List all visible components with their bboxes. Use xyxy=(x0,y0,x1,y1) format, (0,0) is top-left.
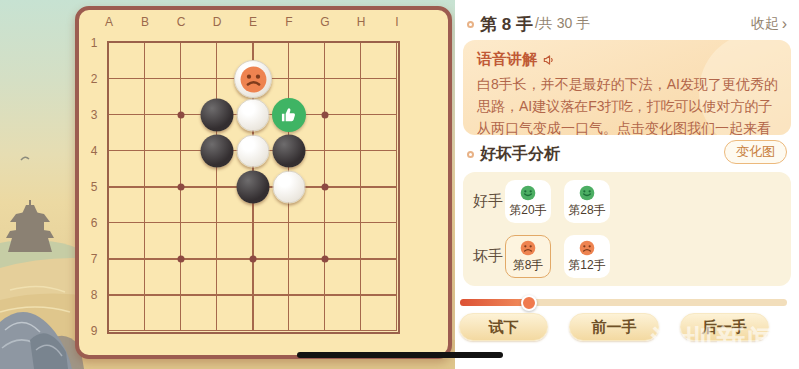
sad-face-icon xyxy=(520,240,536,256)
current-move-label: 第 8 手 xyxy=(480,13,533,36)
column-label: I xyxy=(395,15,398,29)
column-label: F xyxy=(285,15,292,29)
stone-white-bad-move xyxy=(234,60,272,98)
good-bad-moves-card: 好手 第20手 xyxy=(463,172,791,286)
bullet-icon xyxy=(467,151,474,158)
analysis-section-header: 好坏手分析 xyxy=(467,144,560,165)
bird-icon xyxy=(21,157,29,160)
good-move-chip[interactable]: 第28手 xyxy=(564,180,610,223)
try-move-button[interactable]: 试下 xyxy=(459,313,548,341)
good-move-chip[interactable]: 第20手 xyxy=(505,180,551,223)
analysis-section-title: 好坏手分析 xyxy=(480,144,560,165)
row-label: 4 xyxy=(91,144,98,158)
pagoda-tower xyxy=(6,200,54,252)
row-label: 7 xyxy=(91,252,98,266)
column-label: B xyxy=(141,15,149,29)
stone-white xyxy=(237,135,270,168)
collapse-button[interactable]: 收起 › xyxy=(751,15,787,33)
bullet-icon xyxy=(467,21,474,28)
star-point xyxy=(178,256,185,263)
analysis-panel: 第 8 手 /共 30 手 收起 › 语音讲解 白8手长，并不是最好的下法，AI… xyxy=(455,0,799,369)
voice-explanation-card: 语音讲解 白8手长，并不是最好的下法，AI发现了更优秀的思路，AI建议落在F3打… xyxy=(463,40,791,135)
row-label: 6 xyxy=(91,216,98,230)
bad-move-chip-selected[interactable]: 第8手 xyxy=(505,235,551,278)
chevron-right-icon: › xyxy=(782,16,787,32)
voice-title[interactable]: 语音讲解 xyxy=(477,50,556,69)
good-moves-label: 好手 xyxy=(473,192,505,211)
speaker-icon xyxy=(542,53,556,67)
sad-face-icon xyxy=(579,240,595,256)
row-label: 3 xyxy=(91,108,98,122)
slider-fill xyxy=(460,299,529,306)
next-move-button[interactable]: 后一手 xyxy=(680,313,769,341)
go-board-panel: ABCDEFGHI123456789 xyxy=(75,6,452,359)
happy-face-icon xyxy=(520,185,536,201)
star-point xyxy=(178,112,185,119)
star-point xyxy=(322,112,329,119)
slider-handle[interactable] xyxy=(521,295,537,311)
row-label: 8 xyxy=(91,288,98,302)
column-label: E xyxy=(249,15,257,29)
star-point xyxy=(322,184,329,191)
row-label: 1 xyxy=(91,36,98,50)
sad-face-move-marker-icon xyxy=(240,66,267,93)
stone-white xyxy=(273,171,306,204)
stone-black xyxy=(237,171,270,204)
row-label: 9 xyxy=(91,324,98,338)
move-header: 第 8 手 /共 30 手 收起 › xyxy=(467,13,787,35)
column-label: D xyxy=(213,15,222,29)
variation-diagram-button[interactable]: 变化图 xyxy=(724,140,787,164)
home-indicator-bar[interactable] xyxy=(297,352,503,358)
star-point xyxy=(178,184,185,191)
control-buttons: 试下 前一手 后一手 xyxy=(459,313,769,341)
stone-black xyxy=(201,99,234,132)
column-label: G xyxy=(320,15,329,29)
happy-face-icon xyxy=(579,185,595,201)
column-label: C xyxy=(177,15,186,29)
move-progress-slider[interactable] xyxy=(460,299,787,306)
bad-move-chip[interactable]: 第12手 xyxy=(564,235,610,278)
bad-moves-label: 坏手 xyxy=(473,247,505,266)
go-board[interactable]: ABCDEFGHI123456789 xyxy=(79,10,448,355)
row-label: 5 xyxy=(91,180,98,194)
stone-black xyxy=(201,135,234,168)
star-point xyxy=(322,256,329,263)
star-point xyxy=(250,256,257,263)
column-label: H xyxy=(357,15,366,29)
thumbs-up-icon xyxy=(279,105,299,125)
stone-white xyxy=(237,99,270,132)
stone-black xyxy=(273,135,306,168)
column-label: A xyxy=(105,15,113,29)
previous-move-button[interactable]: 前一手 xyxy=(569,313,658,341)
ai-explanation-text: 白8手长，并不是最好的下法，AI发现了更优秀的思路，AI建议落在F3打吃，打吃可… xyxy=(477,73,779,135)
total-moves-label: /共 30 手 xyxy=(535,15,590,33)
row-label: 2 xyxy=(91,72,98,86)
ai-suggestion-marker[interactable] xyxy=(272,98,306,132)
